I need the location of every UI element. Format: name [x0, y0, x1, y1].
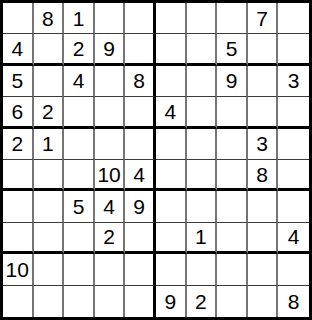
cell-r6c4-given: 10	[95, 160, 126, 191]
cell-r1c10-empty[interactable]	[278, 3, 309, 34]
cell-r3c6-empty[interactable]	[156, 66, 187, 97]
cell-r1c5-empty[interactable]	[125, 3, 156, 34]
cell-r3c2-empty[interactable]	[34, 66, 65, 97]
cell-r2c3-given: 2	[64, 34, 95, 65]
cell-r1c8-empty[interactable]	[217, 3, 248, 34]
cell-r10c9-empty[interactable]	[248, 286, 279, 317]
cell-r8c2-empty[interactable]	[34, 223, 65, 254]
cell-r7c5-given: 9	[125, 191, 156, 222]
cell-r5c1-given: 2	[3, 129, 34, 160]
cell-r9c2-empty[interactable]	[34, 254, 65, 285]
cell-r7c6-empty[interactable]	[156, 191, 187, 222]
cell-r9c7-empty[interactable]	[187, 254, 218, 285]
cell-r7c9-empty[interactable]	[248, 191, 279, 222]
cell-r4c3-empty[interactable]	[64, 97, 95, 128]
cell-r3c3-given: 4	[64, 66, 95, 97]
cell-r8c6-empty[interactable]	[156, 223, 187, 254]
cell-r5c4-empty[interactable]	[95, 129, 126, 160]
cell-r7c1-empty[interactable]	[3, 191, 34, 222]
cell-r6c8-empty[interactable]	[217, 160, 248, 191]
cell-r10c6-given: 9	[156, 286, 187, 317]
cell-r6c2-empty[interactable]	[34, 160, 65, 191]
cell-r9c3-empty[interactable]	[64, 254, 95, 285]
cell-r8c5-empty[interactable]	[125, 223, 156, 254]
cell-r8c3-empty[interactable]	[64, 223, 95, 254]
cell-r5c6-empty[interactable]	[156, 129, 187, 160]
cell-r5c5-empty[interactable]	[125, 129, 156, 160]
cell-r9c10-empty[interactable]	[278, 254, 309, 285]
cell-r10c1-empty[interactable]	[3, 286, 34, 317]
cell-r9c4-empty[interactable]	[95, 254, 126, 285]
cell-r3c5-given: 8	[125, 66, 156, 97]
cell-r6c7-empty[interactable]	[187, 160, 218, 191]
cell-r4c9-empty[interactable]	[248, 97, 279, 128]
cell-r1c1-empty[interactable]	[3, 3, 34, 34]
cell-r4c10-empty[interactable]	[278, 97, 309, 128]
cell-r7c3-given: 5	[64, 191, 95, 222]
cell-r7c7-empty[interactable]	[187, 191, 218, 222]
cell-r10c3-empty[interactable]	[64, 286, 95, 317]
cell-r6c1-empty[interactable]	[3, 160, 34, 191]
cell-r5c7-empty[interactable]	[187, 129, 218, 160]
cell-r1c9-given: 7	[248, 3, 279, 34]
cell-r3c9-empty[interactable]	[248, 66, 279, 97]
cell-r2c10-empty[interactable]	[278, 34, 309, 65]
cell-r1c6-empty[interactable]	[156, 3, 187, 34]
cell-r4c8-empty[interactable]	[217, 97, 248, 128]
cell-r7c8-empty[interactable]	[217, 191, 248, 222]
cell-r6c5-given: 4	[125, 160, 156, 191]
cell-r3c10-given: 3	[278, 66, 309, 97]
sudoku-puzzle: 817429554893624213104854921410928	[0, 0, 312, 320]
cell-r5c8-empty[interactable]	[217, 129, 248, 160]
cell-r6c10-empty[interactable]	[278, 160, 309, 191]
sudoku-board: 817429554893624213104854921410928	[0, 0, 312, 320]
cell-r4c2-given: 2	[34, 97, 65, 128]
cell-r6c6-empty[interactable]	[156, 160, 187, 191]
cell-r9c1-given: 10	[3, 254, 34, 285]
cell-r6c3-empty[interactable]	[64, 160, 95, 191]
cell-r1c3-given: 1	[64, 3, 95, 34]
cell-r2c8-given: 5	[217, 34, 248, 65]
cell-r1c4-empty[interactable]	[95, 3, 126, 34]
cell-r9c5-empty[interactable]	[125, 254, 156, 285]
cell-r1c2-given: 8	[34, 3, 65, 34]
cell-r10c7-given: 2	[187, 286, 218, 317]
cell-r5c9-given: 3	[248, 129, 279, 160]
cell-r10c8-empty[interactable]	[217, 286, 248, 317]
cell-r3c4-empty[interactable]	[95, 66, 126, 97]
cell-r5c2-given: 1	[34, 129, 65, 160]
cell-r5c3-empty[interactable]	[64, 129, 95, 160]
cell-r2c5-empty[interactable]	[125, 34, 156, 65]
cell-r10c10-given: 8	[278, 286, 309, 317]
cell-r8c10-given: 4	[278, 223, 309, 254]
cell-r6c9-given: 8	[248, 160, 279, 191]
cell-r8c8-empty[interactable]	[217, 223, 248, 254]
cell-r2c2-empty[interactable]	[34, 34, 65, 65]
cell-r3c7-empty[interactable]	[187, 66, 218, 97]
cell-r10c2-empty[interactable]	[34, 286, 65, 317]
cell-r10c5-empty[interactable]	[125, 286, 156, 317]
cell-r1c7-empty[interactable]	[187, 3, 218, 34]
cell-r2c1-given: 4	[3, 34, 34, 65]
cell-r2c9-empty[interactable]	[248, 34, 279, 65]
cell-r5c10-empty[interactable]	[278, 129, 309, 160]
cell-r7c4-given: 4	[95, 191, 126, 222]
cell-r3c8-given: 9	[217, 66, 248, 97]
cell-r8c9-empty[interactable]	[248, 223, 279, 254]
cell-r3c1-given: 5	[3, 66, 34, 97]
cell-r7c10-empty[interactable]	[278, 191, 309, 222]
cell-r8c4-given: 2	[95, 223, 126, 254]
cell-r7c2-empty[interactable]	[34, 191, 65, 222]
cell-r9c6-empty[interactable]	[156, 254, 187, 285]
cell-r2c6-empty[interactable]	[156, 34, 187, 65]
cell-r10c4-empty[interactable]	[95, 286, 126, 317]
cell-r4c1-given: 6	[3, 97, 34, 128]
cell-r4c4-empty[interactable]	[95, 97, 126, 128]
cell-r2c4-given: 9	[95, 34, 126, 65]
cell-r8c7-given: 1	[187, 223, 218, 254]
cell-r4c5-empty[interactable]	[125, 97, 156, 128]
cell-r9c9-empty[interactable]	[248, 254, 279, 285]
cell-r4c7-empty[interactable]	[187, 97, 218, 128]
cell-r9c8-empty[interactable]	[217, 254, 248, 285]
cell-r8c1-empty[interactable]	[3, 223, 34, 254]
cell-r4c6-given: 4	[156, 97, 187, 128]
cell-r2c7-empty[interactable]	[187, 34, 218, 65]
